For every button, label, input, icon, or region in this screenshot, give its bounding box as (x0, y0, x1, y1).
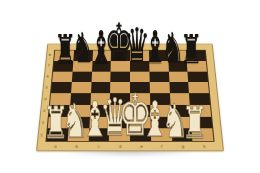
square-d7 (111, 61, 130, 72)
square-b6 (72, 71, 92, 82)
rank-label-8: 8 (48, 53, 51, 57)
file-labels: abcdefgh (45, 143, 216, 151)
square-h1 (192, 129, 214, 141)
square-f5 (149, 82, 169, 93)
chess-board: abcdefgh 87654321 (36, 44, 224, 152)
rank-label-7: 7 (47, 64, 50, 68)
file-label-a: a (54, 144, 57, 148)
square-c6 (91, 71, 111, 82)
square-g5 (169, 82, 189, 93)
square-f7 (149, 61, 168, 72)
square-g7 (168, 61, 188, 72)
square-h5 (188, 82, 209, 93)
board-grid (45, 50, 214, 142)
square-g6 (168, 71, 188, 82)
square-b7 (72, 61, 92, 72)
square-h3 (190, 105, 211, 117)
square-b3 (69, 105, 90, 117)
file-label-c: c (97, 144, 100, 148)
square-b1 (67, 129, 88, 141)
square-f3 (150, 105, 171, 117)
file-label-b: b (76, 144, 79, 148)
square-c2 (89, 116, 110, 128)
rank-label-1: 1 (40, 133, 43, 137)
square-h4 (189, 93, 210, 104)
square-g4 (169, 93, 190, 104)
square-g8 (167, 50, 186, 60)
square-a4 (50, 93, 71, 104)
square-b4 (70, 93, 91, 104)
square-h7 (187, 61, 207, 72)
square-f8 (149, 50, 168, 60)
square-g2 (171, 116, 192, 128)
square-e6 (130, 71, 149, 82)
file-label-g: g (181, 144, 184, 148)
square-d3 (110, 105, 130, 117)
square-d4 (110, 93, 130, 104)
square-g3 (170, 105, 191, 117)
square-c4 (90, 93, 110, 104)
square-a1 (47, 129, 69, 141)
rank-label-6: 6 (46, 75, 49, 79)
square-e5 (130, 82, 150, 93)
square-e1 (130, 129, 151, 141)
square-f1 (151, 129, 172, 141)
rank-label-3: 3 (43, 109, 46, 113)
square-g1 (171, 129, 192, 141)
square-c5 (91, 82, 111, 93)
square-f4 (150, 93, 170, 104)
file-label-h: h (203, 144, 206, 148)
file-label-f: f (161, 144, 163, 148)
square-b8 (73, 50, 92, 60)
square-a2 (48, 116, 69, 128)
square-a5 (51, 82, 72, 93)
square-d8 (111, 50, 130, 60)
square-a8 (54, 50, 74, 60)
square-d2 (109, 116, 130, 128)
square-c7 (92, 61, 111, 72)
square-a6 (52, 71, 72, 82)
square-b5 (71, 82, 91, 93)
file-label-e: e (140, 144, 143, 148)
chess-set-photo: abcdefgh 87654321 ♜♞♝♚♛♝♞♜♜♞♝♛♚♝♞♜ (0, 0, 260, 173)
square-h8 (186, 50, 206, 60)
square-h2 (191, 116, 212, 128)
rank-label-2: 2 (41, 121, 44, 125)
square-e3 (130, 105, 150, 117)
square-c1 (88, 129, 109, 141)
rank-label-5: 5 (45, 86, 48, 90)
square-e7 (130, 61, 149, 72)
square-d1 (109, 129, 130, 141)
square-a3 (49, 105, 70, 117)
square-f6 (149, 71, 169, 82)
square-f2 (150, 116, 171, 128)
square-e2 (130, 116, 151, 128)
square-c3 (89, 105, 110, 117)
square-e8 (130, 50, 149, 60)
square-c8 (92, 50, 111, 60)
rank-label-4: 4 (44, 97, 47, 101)
square-d5 (110, 82, 130, 93)
file-label-d: d (118, 144, 121, 148)
square-h6 (188, 71, 208, 82)
square-b2 (68, 116, 89, 128)
square-a7 (53, 61, 73, 72)
square-d6 (111, 71, 130, 82)
square-e4 (130, 93, 150, 104)
